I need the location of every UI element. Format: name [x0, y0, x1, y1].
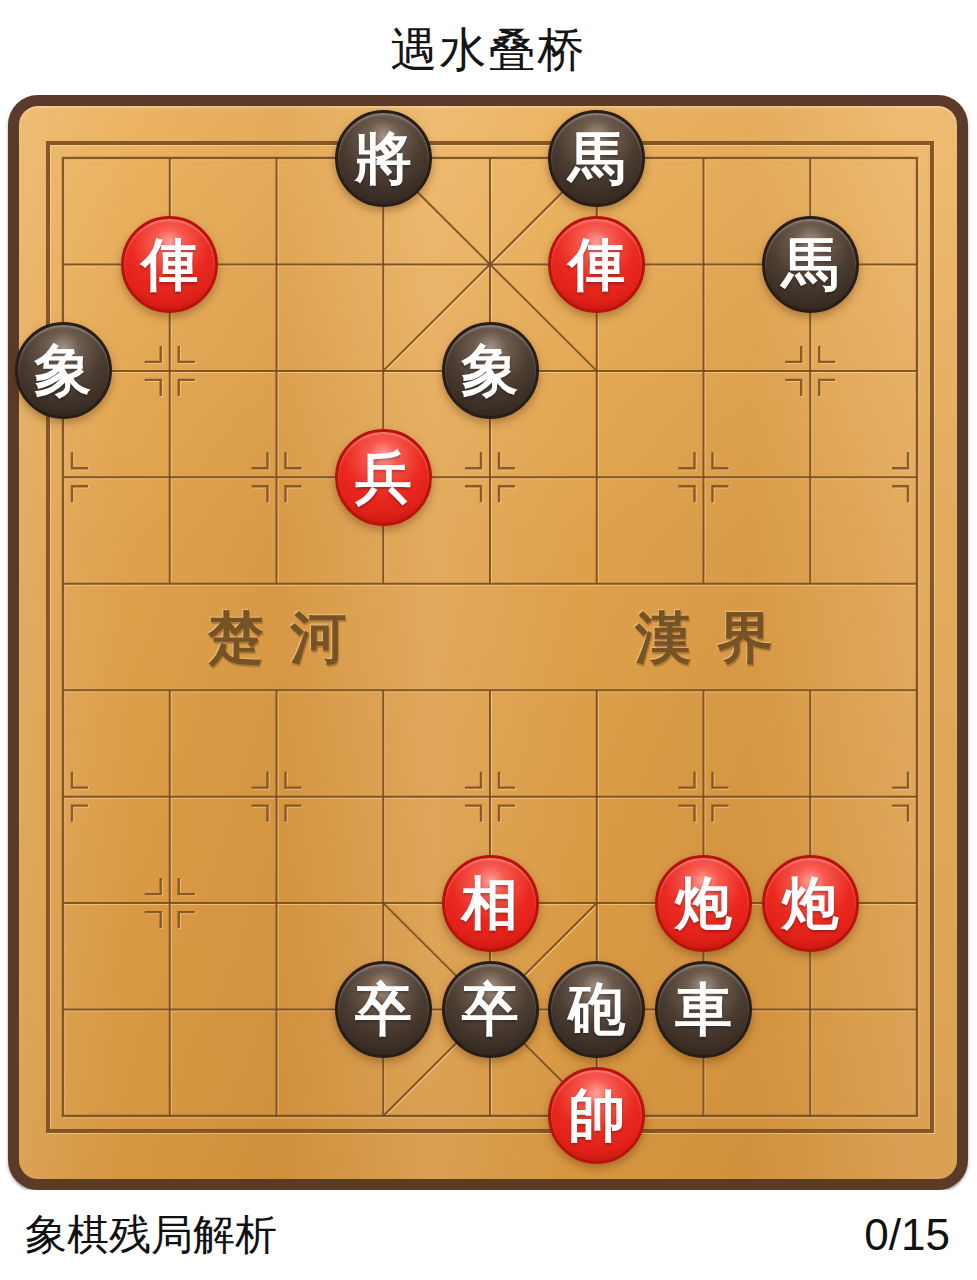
piece-black-chariot[interactable]: 車 — [655, 961, 752, 1058]
piece-black-horse[interactable]: 馬 — [548, 110, 645, 207]
footer-bar: 象棋残局解析 0/15 — [0, 1190, 977, 1280]
piece-black-elephant[interactable]: 象 — [442, 322, 539, 419]
piece-black-soldier[interactable]: 卒 — [442, 961, 539, 1058]
piece-red-chariot[interactable]: 俥 — [548, 216, 645, 313]
piece-red-cannon[interactable]: 炮 — [655, 855, 752, 952]
footer-progress: 0/15 — [864, 1210, 950, 1260]
piece-black-general[interactable]: 將 — [335, 110, 432, 207]
page-title: 遇水叠桥 — [0, 10, 977, 90]
piece-red-cannon[interactable]: 炮 — [762, 855, 859, 952]
piece-black-cannon[interactable]: 砲 — [548, 961, 645, 1058]
piece-black-horse[interactable]: 馬 — [762, 216, 859, 313]
piece-black-elephant[interactable]: 象 — [15, 322, 112, 419]
river-label-left: 楚河 — [182, 606, 372, 668]
piece-red-elephant[interactable]: 相 — [442, 855, 539, 952]
river-label-right: 漢界 — [609, 606, 799, 668]
piece-red-general[interactable]: 帥 — [548, 1067, 645, 1164]
piece-red-soldier[interactable]: 兵 — [335, 429, 432, 526]
app-screen: 遇水叠桥 楚河 漢界 將馬俥俥馬象象兵相炮炮卒卒砲車帥 象棋残局解析 0/15 — [0, 0, 977, 1280]
footer-title: 象棋残局解析 — [25, 1207, 277, 1263]
piece-black-soldier[interactable]: 卒 — [335, 961, 432, 1058]
piece-red-chariot[interactable]: 俥 — [121, 216, 218, 313]
